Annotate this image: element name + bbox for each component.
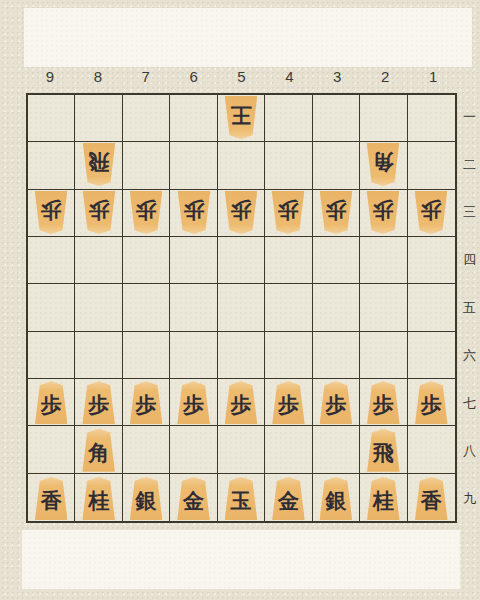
piece-kanji: 歩 — [136, 395, 157, 416]
cell-4-3[interactable]: 歩 — [265, 190, 312, 237]
piece-kanji: 香 — [41, 491, 62, 512]
cell-3-4[interactable] — [313, 237, 360, 284]
cell-1-1[interactable] — [408, 95, 455, 142]
cell-4-4[interactable] — [265, 237, 312, 284]
cell-8-6[interactable] — [75, 332, 122, 379]
cell-8-2[interactable]: 飛 — [75, 142, 122, 189]
piece-歩-sente[interactable]: 歩 — [175, 381, 212, 424]
cell-6-7[interactable]: 歩 — [170, 379, 217, 426]
piece-歩-sente[interactable]: 歩 — [317, 381, 354, 424]
cell-4-9[interactable]: 金 — [265, 474, 312, 521]
cell-2-3[interactable]: 歩 — [360, 190, 407, 237]
file-label-5: 5 — [218, 66, 266, 88]
piece-歩-gote[interactable]: 歩 — [413, 191, 450, 234]
file-label-6: 6 — [170, 66, 218, 88]
cell-2-5[interactable] — [360, 284, 407, 331]
piece-香-sente[interactable]: 香 — [413, 477, 450, 520]
cell-5-2[interactable] — [218, 142, 265, 189]
cell-9-1[interactable] — [28, 95, 75, 142]
cell-9-4[interactable] — [28, 237, 75, 284]
piece-kanji: 歩 — [421, 199, 442, 220]
piece-歩-gote[interactable]: 歩 — [80, 191, 117, 234]
cell-7-4[interactable] — [123, 237, 170, 284]
cell-4-2[interactable] — [265, 142, 312, 189]
piece-歩-gote[interactable]: 歩 — [317, 191, 354, 234]
cell-3-5[interactable] — [313, 284, 360, 331]
cell-4-1[interactable] — [265, 95, 312, 142]
cell-6-6[interactable] — [170, 332, 217, 379]
cell-6-4[interactable] — [170, 237, 217, 284]
piece-kanji: 歩 — [88, 395, 109, 416]
cell-7-8[interactable] — [123, 426, 170, 473]
cell-5-3[interactable]: 歩 — [218, 190, 265, 237]
piece-金-sente[interactable]: 金 — [270, 477, 307, 520]
piece-歩-sente[interactable]: 歩 — [413, 381, 450, 424]
piece-玉-sente[interactable]: 玉 — [222, 477, 259, 520]
cell-7-3[interactable]: 歩 — [123, 190, 170, 237]
cell-1-8[interactable] — [408, 426, 455, 473]
piece-角-sente[interactable]: 角 — [80, 429, 117, 472]
file-labels: 987654321 — [26, 66, 457, 88]
piece-kanji: 飛 — [373, 443, 394, 464]
piece-歩-gote[interactable]: 歩 — [222, 191, 259, 234]
gote-komadai-tray — [24, 8, 472, 67]
cell-1-9[interactable]: 香 — [408, 474, 455, 521]
piece-歩-gote[interactable]: 歩 — [33, 191, 70, 234]
file-label-8: 8 — [74, 66, 122, 88]
piece-歩-gote[interactable]: 歩 — [365, 191, 402, 234]
piece-kanji: 桂 — [373, 491, 394, 512]
cell-7-2[interactable] — [123, 142, 170, 189]
piece-歩-sente[interactable]: 歩 — [365, 381, 402, 424]
cell-2-7[interactable]: 歩 — [360, 379, 407, 426]
piece-kanji: 角 — [373, 151, 394, 172]
cell-3-1[interactable] — [313, 95, 360, 142]
piece-香-sente[interactable]: 香 — [33, 477, 70, 520]
cell-9-9[interactable]: 香 — [28, 474, 75, 521]
cell-5-9[interactable]: 玉 — [218, 474, 265, 521]
cell-6-1[interactable] — [170, 95, 217, 142]
piece-kanji: 歩 — [41, 395, 62, 416]
shogi-diagram: { "game": "shogi", "position": { "sfen":… — [0, 0, 480, 600]
cell-3-2[interactable] — [313, 142, 360, 189]
piece-銀-sente[interactable]: 銀 — [317, 477, 354, 520]
piece-飛-gote[interactable]: 飛 — [80, 143, 117, 186]
cell-8-7[interactable]: 歩 — [75, 379, 122, 426]
cell-3-7[interactable]: 歩 — [313, 379, 360, 426]
cell-3-3[interactable]: 歩 — [313, 190, 360, 237]
piece-桂-sente[interactable]: 桂 — [365, 477, 402, 520]
cell-8-3[interactable]: 歩 — [75, 190, 122, 237]
cell-2-9[interactable]: 桂 — [360, 474, 407, 521]
piece-kanji: 銀 — [136, 491, 157, 512]
cell-1-5[interactable] — [408, 284, 455, 331]
cell-1-7[interactable]: 歩 — [408, 379, 455, 426]
cell-3-8[interactable] — [313, 426, 360, 473]
piece-kanji: 銀 — [325, 491, 346, 512]
piece-kanji: 歩 — [136, 199, 157, 220]
rank-label-9: 九 — [459, 475, 480, 523]
piece-kanji: 歩 — [421, 395, 442, 416]
file-label-4: 4 — [265, 66, 313, 88]
cell-7-1[interactable] — [123, 95, 170, 142]
cell-9-2[interactable] — [28, 142, 75, 189]
cell-2-2[interactable]: 角 — [360, 142, 407, 189]
cell-2-6[interactable] — [360, 332, 407, 379]
cell-9-3[interactable]: 歩 — [28, 190, 75, 237]
cell-9-7[interactable]: 歩 — [28, 379, 75, 426]
rank-label-5: 五 — [459, 284, 480, 332]
cell-8-5[interactable] — [75, 284, 122, 331]
cell-6-3[interactable]: 歩 — [170, 190, 217, 237]
cell-5-1[interactable]: 王 — [218, 95, 265, 142]
rank-label-6: 六 — [459, 332, 480, 380]
board[interactable]: 王飛角歩歩歩歩歩歩歩歩歩歩歩歩歩歩歩歩歩歩角飛香桂銀金玉金銀桂香 — [26, 93, 457, 523]
cell-3-9[interactable]: 銀 — [313, 474, 360, 521]
cell-7-6[interactable] — [123, 332, 170, 379]
cell-7-9[interactable]: 銀 — [123, 474, 170, 521]
rank-label-8: 八 — [459, 427, 480, 475]
piece-kanji: 玉 — [230, 491, 251, 512]
cell-9-6[interactable] — [28, 332, 75, 379]
cell-4-5[interactable] — [265, 284, 312, 331]
cell-5-7[interactable]: 歩 — [218, 379, 265, 426]
piece-kanji: 歩 — [88, 199, 109, 220]
piece-kanji: 飛 — [88, 151, 109, 172]
piece-歩-gote[interactable]: 歩 — [270, 191, 307, 234]
piece-kanji: 金 — [278, 491, 299, 512]
rank-label-7: 七 — [459, 380, 480, 428]
cell-8-1[interactable] — [75, 95, 122, 142]
cell-2-1[interactable] — [360, 95, 407, 142]
cell-1-6[interactable] — [408, 332, 455, 379]
piece-桂-sente[interactable]: 桂 — [80, 477, 117, 520]
cell-6-2[interactable] — [170, 142, 217, 189]
piece-kanji: 金 — [183, 491, 204, 512]
piece-kanji: 歩 — [278, 199, 299, 220]
piece-歩-sente[interactable]: 歩 — [80, 381, 117, 424]
cell-9-8[interactable] — [28, 426, 75, 473]
cell-4-8[interactable] — [265, 426, 312, 473]
piece-金-sente[interactable]: 金 — [175, 477, 212, 520]
cell-8-4[interactable] — [75, 237, 122, 284]
piece-kanji: 香 — [421, 491, 442, 512]
piece-kanji: 歩 — [325, 395, 346, 416]
cell-7-5[interactable] — [123, 284, 170, 331]
piece-kanji: 歩 — [373, 199, 394, 220]
piece-飛-sente[interactable]: 飛 — [365, 429, 402, 472]
file-label-3: 3 — [313, 66, 361, 88]
cell-8-8[interactable]: 角 — [75, 426, 122, 473]
piece-kanji: 歩 — [278, 395, 299, 416]
rank-label-2: 二 — [459, 141, 480, 189]
cell-6-9[interactable]: 金 — [170, 474, 217, 521]
piece-kanji: 歩 — [183, 395, 204, 416]
file-label-9: 9 — [26, 66, 74, 88]
piece-kanji: 王 — [230, 104, 251, 125]
piece-王-gote[interactable]: 王 — [222, 96, 259, 139]
piece-kanji: 角 — [88, 443, 109, 464]
rank-label-4: 四 — [459, 236, 480, 284]
piece-歩-sente[interactable]: 歩 — [270, 381, 307, 424]
cell-2-4[interactable] — [360, 237, 407, 284]
piece-kanji: 歩 — [230, 199, 251, 220]
piece-歩-gote[interactable]: 歩 — [128, 191, 165, 234]
cell-1-3[interactable]: 歩 — [408, 190, 455, 237]
file-label-1: 1 — [409, 66, 457, 88]
piece-kanji: 歩 — [183, 199, 204, 220]
cell-5-6[interactable] — [218, 332, 265, 379]
sente-komadai-tray — [22, 530, 460, 589]
cell-5-8[interactable] — [218, 426, 265, 473]
cell-6-8[interactable] — [170, 426, 217, 473]
rank-labels: 一二三四五六七八九 — [459, 93, 480, 523]
cell-5-5[interactable] — [218, 284, 265, 331]
file-label-2: 2 — [361, 66, 409, 88]
cell-5-4[interactable] — [218, 237, 265, 284]
cell-1-2[interactable] — [408, 142, 455, 189]
piece-銀-sente[interactable]: 銀 — [128, 477, 165, 520]
piece-歩-gote[interactable]: 歩 — [175, 191, 212, 234]
rank-label-3: 三 — [459, 189, 480, 237]
piece-角-gote[interactable]: 角 — [365, 143, 402, 186]
cell-3-6[interactable] — [313, 332, 360, 379]
piece-kanji: 歩 — [230, 395, 251, 416]
file-label-7: 7 — [122, 66, 170, 88]
cell-8-9[interactable]: 桂 — [75, 474, 122, 521]
cell-7-7[interactable]: 歩 — [123, 379, 170, 426]
cell-4-7[interactable]: 歩 — [265, 379, 312, 426]
cell-1-4[interactable] — [408, 237, 455, 284]
cell-4-6[interactable] — [265, 332, 312, 379]
piece-歩-sente[interactable]: 歩 — [128, 381, 165, 424]
piece-kanji: 歩 — [373, 395, 394, 416]
piece-歩-sente[interactable]: 歩 — [33, 381, 70, 424]
cell-9-5[interactable] — [28, 284, 75, 331]
piece-kanji: 桂 — [88, 491, 109, 512]
cell-6-5[interactable] — [170, 284, 217, 331]
piece-歩-sente[interactable]: 歩 — [222, 381, 259, 424]
cell-2-8[interactable]: 飛 — [360, 426, 407, 473]
piece-kanji: 歩 — [41, 199, 62, 220]
rank-label-1: 一 — [459, 93, 480, 141]
piece-kanji: 歩 — [325, 199, 346, 220]
